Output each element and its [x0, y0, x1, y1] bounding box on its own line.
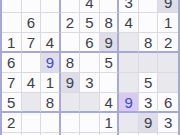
cell-r3c9[interactable]: 2 [158, 33, 178, 53]
cell-r4c6[interactable]: 5 [100, 53, 120, 73]
cell-r6c6[interactable]: 4 [100, 93, 120, 113]
cell-r6c1[interactable]: 5 [2, 93, 22, 113]
sudoku-app-viewport: 439625841174698269857419355849362193 [0, 0, 180, 135]
cell-r5c7[interactable] [119, 73, 139, 93]
cell-r8c5[interactable] [80, 133, 100, 135]
cell-r7c7[interactable] [119, 113, 139, 133]
cell-r2c7[interactable]: 4 [119, 13, 139, 33]
cell-r3c7[interactable] [119, 33, 139, 53]
cell-r4c4[interactable]: 8 [61, 53, 81, 73]
cell-r8c7[interactable] [119, 133, 139, 135]
cell-r6c4[interactable] [61, 93, 81, 113]
cell-r3c1[interactable]: 1 [2, 33, 22, 53]
cell-r7c5[interactable] [80, 113, 100, 133]
cell-r6c2[interactable] [22, 93, 42, 113]
cell-r2c6[interactable]: 8 [100, 13, 120, 33]
cell-r4c8[interactable] [139, 53, 159, 73]
cell-r5c8[interactable]: 5 [139, 73, 159, 93]
cell-r1c8[interactable] [139, 0, 159, 13]
cell-r7c3[interactable] [41, 113, 61, 133]
cell-r6c8[interactable]: 3 [139, 93, 159, 113]
cell-r7c9[interactable]: 3 [158, 113, 178, 133]
cell-r4c1[interactable]: 6 [2, 53, 22, 73]
cell-r6c7[interactable]: 9 [119, 93, 139, 113]
cell-r5c5[interactable]: 3 [80, 73, 100, 93]
cell-r5c6[interactable] [100, 73, 120, 93]
cell-r3c3[interactable]: 4 [41, 33, 61, 53]
cell-r1c9[interactable]: 9 [158, 0, 178, 13]
cell-r2c9[interactable]: 1 [158, 13, 178, 33]
cell-r8c4[interactable] [61, 133, 81, 135]
cell-r4c9[interactable] [158, 53, 178, 73]
cell-r3c4[interactable] [61, 33, 81, 53]
cell-r2c1[interactable] [2, 13, 22, 33]
cell-r8c8[interactable] [139, 133, 159, 135]
cell-r7c4[interactable] [61, 113, 81, 133]
cell-r8c3[interactable] [41, 133, 61, 135]
cell-r8c1[interactable] [2, 133, 22, 135]
cell-r8c9[interactable] [158, 133, 178, 135]
cell-r2c4[interactable]: 2 [61, 13, 81, 33]
cell-r3c5[interactable]: 6 [80, 33, 100, 53]
cell-r2c5[interactable]: 5 [80, 13, 100, 33]
cell-r7c6[interactable]: 1 [100, 113, 120, 133]
cell-r7c8[interactable]: 9 [139, 113, 159, 133]
cell-r1c1[interactable] [2, 0, 22, 13]
cell-r5c3[interactable]: 1 [41, 73, 61, 93]
cell-r1c3[interactable] [41, 0, 61, 13]
cell-r1c2[interactable] [22, 0, 42, 13]
cell-r6c5[interactable] [80, 93, 100, 113]
cell-r3c6[interactable]: 9 [100, 33, 120, 53]
cell-r1c6[interactable] [100, 0, 120, 13]
cell-r5c9[interactable] [158, 73, 178, 93]
cell-r6c3[interactable]: 8 [41, 93, 61, 113]
sudoku-board: 439625841174698269857419355849362193 [0, 0, 180, 135]
cell-r3c8[interactable]: 8 [139, 33, 159, 53]
cell-r5c2[interactable]: 4 [22, 73, 42, 93]
cell-r5c1[interactable]: 7 [2, 73, 22, 93]
cell-r4c2[interactable] [22, 53, 42, 73]
cell-r1c7[interactable]: 3 [119, 0, 139, 13]
cell-r4c5[interactable] [80, 53, 100, 73]
cell-r5c4[interactable]: 9 [61, 73, 81, 93]
cell-r4c7[interactable] [119, 53, 139, 73]
cell-r8c6[interactable] [100, 133, 120, 135]
cell-r6c9[interactable]: 6 [158, 93, 178, 113]
cell-r7c2[interactable] [22, 113, 42, 133]
cell-r2c2[interactable]: 6 [22, 13, 42, 33]
cell-r1c5[interactable]: 4 [80, 0, 100, 13]
cell-r2c3[interactable] [41, 13, 61, 33]
cell-r8c2[interactable] [22, 133, 42, 135]
cell-r3c2[interactable]: 7 [22, 33, 42, 53]
cell-r4c3[interactable]: 9 [41, 53, 61, 73]
cell-r1c4[interactable] [61, 0, 81, 13]
cell-r2c8[interactable] [139, 13, 159, 33]
cell-r7c1[interactable]: 2 [2, 113, 22, 133]
